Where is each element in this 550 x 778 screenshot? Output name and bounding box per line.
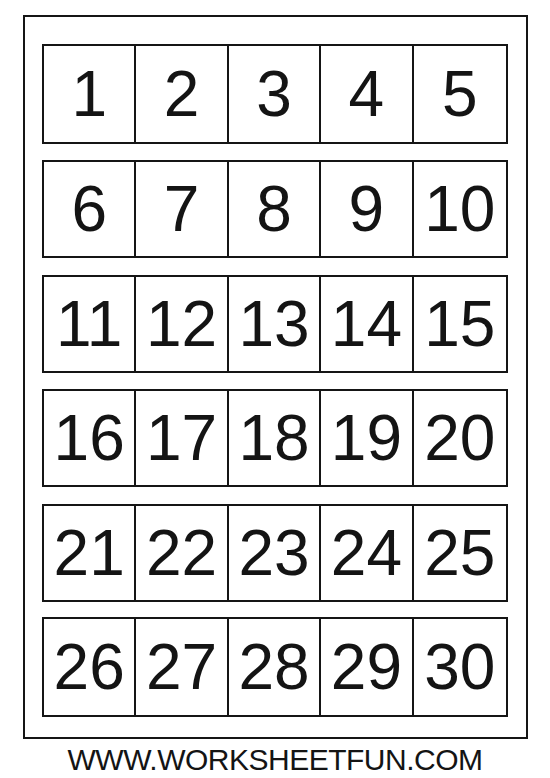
number-row-3: 11 12 13 14 15	[42, 275, 508, 373]
grid-cell-18: 18	[229, 391, 321, 485]
grid-cell-22: 22	[136, 506, 228, 600]
grid-cell-24: 24	[321, 506, 413, 600]
grid-cell-10: 10	[414, 162, 506, 256]
grid-cell-30: 30	[414, 619, 506, 715]
grid-cell-15: 15	[414, 277, 506, 371]
grid-cell-20: 20	[414, 391, 506, 485]
grid-cell-23: 23	[229, 506, 321, 600]
grid-cell-16: 16	[44, 391, 136, 485]
grid-cell-13: 13	[229, 277, 321, 371]
grid-cell-4: 4	[321, 46, 413, 142]
grid-cell-12: 12	[136, 277, 228, 371]
grid-cell-2: 2	[136, 46, 228, 142]
grid-cell-25: 25	[414, 506, 506, 600]
number-row-2: 6 7 8 9 10	[42, 160, 508, 258]
grid-cell-26: 26	[44, 619, 136, 715]
grid-cell-7: 7	[136, 162, 228, 256]
worksheet-page: 1 2 3 4 5 6 7 8 9 10 11 12 13 14 15 16 1…	[0, 0, 550, 778]
grid-cell-5: 5	[414, 46, 506, 142]
grid-cell-19: 19	[321, 391, 413, 485]
grid-cell-14: 14	[321, 277, 413, 371]
grid-cell-27: 27	[136, 619, 228, 715]
number-row-4: 16 17 18 19 20	[42, 389, 508, 487]
grid-cell-3: 3	[229, 46, 321, 142]
number-row-1: 1 2 3 4 5	[42, 44, 508, 144]
number-row-6: 26 27 28 29 30	[42, 617, 508, 717]
grid-cell-6: 6	[44, 162, 136, 256]
grid-cell-17: 17	[136, 391, 228, 485]
grid-cell-8: 8	[229, 162, 321, 256]
grid-cell-9: 9	[321, 162, 413, 256]
footer-website-text: WWW.WORKSHEETFUN.COM	[0, 743, 550, 777]
grid-cell-21: 21	[44, 506, 136, 600]
grid-cell-28: 28	[229, 619, 321, 715]
grid-cell-29: 29	[321, 619, 413, 715]
grid-cell-1: 1	[44, 46, 136, 142]
grid-cell-11: 11	[44, 277, 136, 371]
number-row-5: 21 22 23 24 25	[42, 504, 508, 602]
